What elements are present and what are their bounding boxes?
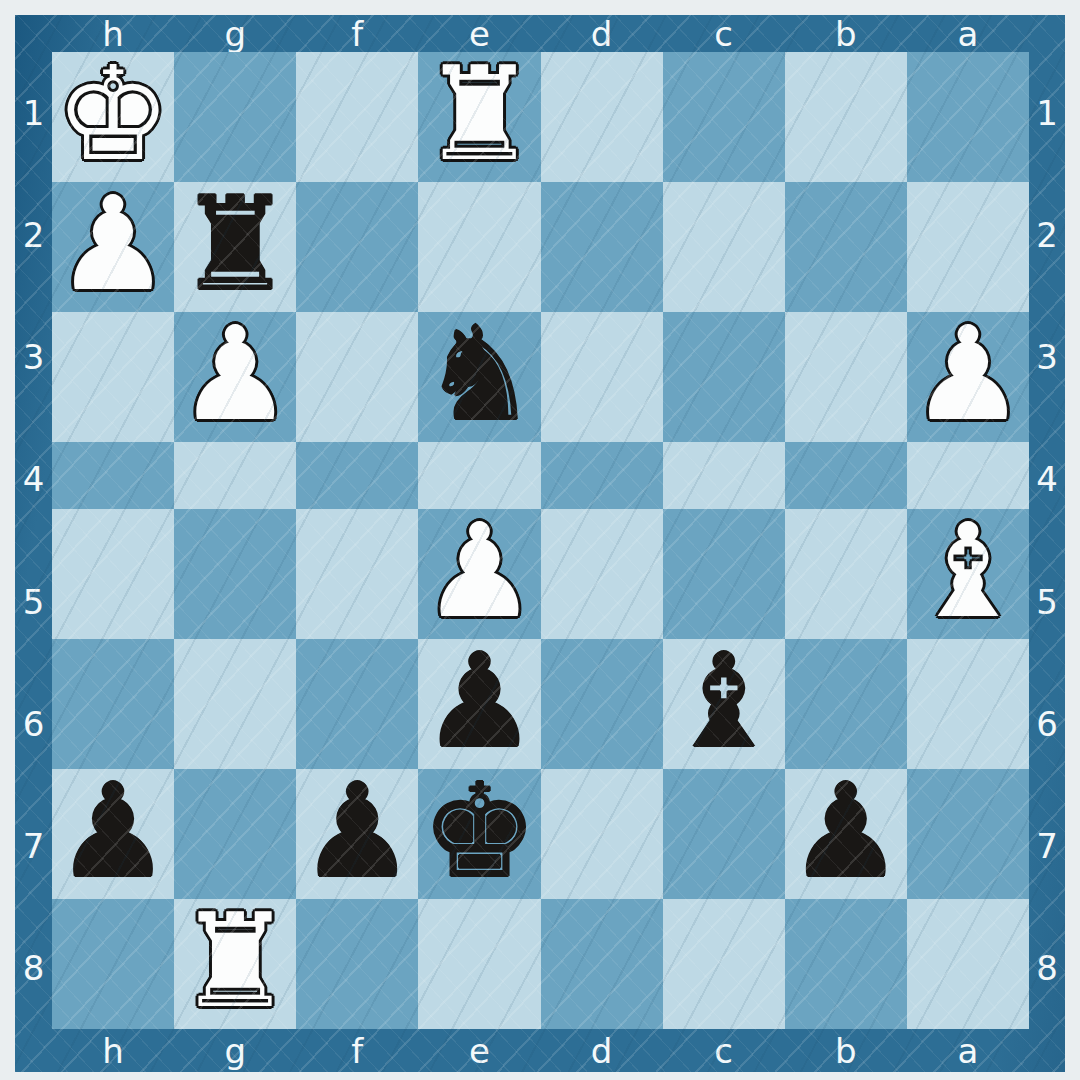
square-h7[interactable]: ♟	[52, 769, 174, 899]
square-e2[interactable]	[418, 182, 540, 312]
square-a1[interactable]	[907, 52, 1029, 182]
square-a7[interactable]	[907, 769, 1029, 899]
white-pawn[interactable]: ♟	[52, 179, 174, 309]
square-h6[interactable]	[52, 639, 174, 769]
square-d7[interactable]	[541, 769, 663, 899]
file-label-h: h	[52, 1029, 174, 1072]
file-label-f: f	[296, 15, 418, 52]
black-pawn[interactable]: ♟	[52, 766, 174, 896]
file-label-b: b	[785, 1029, 907, 1072]
rank-label-3: 3	[1029, 296, 1065, 418]
file-label-c: c	[663, 1029, 785, 1072]
square-a8[interactable]	[907, 899, 1029, 1029]
square-c4[interactable]	[663, 442, 785, 509]
square-h8[interactable]	[52, 899, 174, 1029]
square-b3[interactable]	[785, 312, 907, 442]
square-g6[interactable]	[174, 639, 296, 769]
rank-label-5: 5	[1029, 541, 1065, 663]
square-b2[interactable]	[785, 182, 907, 312]
white-king[interactable]: ♚	[52, 49, 174, 179]
rank-labels-right: 12345678	[1029, 52, 1065, 1029]
square-f2[interactable]	[296, 182, 418, 312]
square-b8[interactable]	[785, 899, 907, 1029]
square-a2[interactable]	[907, 182, 1029, 312]
square-c6[interactable]: ♝	[663, 639, 785, 769]
chess-board: hgfedcba 12345678 12345678 hgfedcba ♚♜♟♜…	[15, 15, 1065, 1072]
square-b4[interactable]	[785, 442, 907, 509]
square-b6[interactable]	[785, 639, 907, 769]
rank-label-1: 1	[1029, 52, 1065, 174]
square-e8[interactable]	[418, 899, 540, 1029]
file-label-a: a	[907, 15, 1029, 52]
square-a6[interactable]	[907, 639, 1029, 769]
square-b5[interactable]	[785, 509, 907, 639]
black-pawn[interactable]: ♟	[296, 766, 418, 896]
white-bishop[interactable]: ♝	[907, 506, 1029, 636]
black-pawn[interactable]: ♟	[785, 766, 907, 896]
square-d3[interactable]	[541, 312, 663, 442]
rank-label-7: 7	[15, 785, 52, 907]
square-d4[interactable]	[541, 442, 663, 509]
rank-label-2: 2	[1029, 174, 1065, 296]
square-c2[interactable]	[663, 182, 785, 312]
square-c1[interactable]	[663, 52, 785, 182]
black-bishop[interactable]: ♝	[663, 636, 785, 766]
square-f1[interactable]	[296, 52, 418, 182]
square-d5[interactable]	[541, 509, 663, 639]
square-f4[interactable]	[296, 442, 418, 509]
square-a5[interactable]: ♝	[907, 509, 1029, 639]
square-e3[interactable]: ♞	[418, 312, 540, 442]
square-f7[interactable]: ♟	[296, 769, 418, 899]
white-pawn[interactable]: ♟	[174, 309, 296, 439]
file-labels-top: hgfedcba	[52, 15, 1029, 52]
white-pawn[interactable]: ♟	[418, 506, 540, 636]
white-rook[interactable]: ♜	[174, 896, 296, 1026]
white-rook[interactable]: ♜	[418, 49, 540, 179]
file-label-c: c	[663, 15, 785, 52]
rank-label-2: 2	[15, 174, 52, 296]
square-f3[interactable]	[296, 312, 418, 442]
file-label-b: b	[785, 15, 907, 52]
square-g8[interactable]: ♜	[174, 899, 296, 1029]
file-label-e: e	[418, 1029, 540, 1072]
file-label-f: f	[296, 1029, 418, 1072]
file-label-d: d	[541, 1029, 663, 1072]
page: hgfedcba 12345678 12345678 hgfedcba ♚♜♟♜…	[0, 0, 1080, 1080]
file-label-a: a	[907, 1029, 1029, 1072]
black-king[interactable]: ♚	[418, 766, 540, 896]
rank-label-6: 6	[15, 663, 52, 785]
square-g3[interactable]: ♟	[174, 312, 296, 442]
rank-label-7: 7	[1029, 785, 1065, 907]
square-f5[interactable]	[296, 509, 418, 639]
rank-label-3: 3	[15, 296, 52, 418]
rank-label-4: 4	[1029, 418, 1065, 540]
square-d8[interactable]	[541, 899, 663, 1029]
white-pawn[interactable]: ♟	[907, 309, 1029, 439]
square-g7[interactable]	[174, 769, 296, 899]
square-g1[interactable]	[174, 52, 296, 182]
square-h1[interactable]: ♚	[52, 52, 174, 182]
black-rook[interactable]: ♜	[174, 179, 296, 309]
square-e1[interactable]: ♜	[418, 52, 540, 182]
square-g5[interactable]	[174, 509, 296, 639]
rank-label-5: 5	[15, 541, 52, 663]
rank-label-1: 1	[15, 52, 52, 174]
square-b7[interactable]: ♟	[785, 769, 907, 899]
file-label-d: d	[541, 15, 663, 52]
square-e7[interactable]: ♚	[418, 769, 540, 899]
square-c8[interactable]	[663, 899, 785, 1029]
square-g2[interactable]: ♜	[174, 182, 296, 312]
rank-label-8: 8	[15, 907, 52, 1029]
square-e6[interactable]: ♟	[418, 639, 540, 769]
square-d1[interactable]	[541, 52, 663, 182]
black-knight[interactable]: ♞	[418, 309, 540, 439]
square-c5[interactable]	[663, 509, 785, 639]
square-f8[interactable]	[296, 899, 418, 1029]
square-h3[interactable]	[52, 312, 174, 442]
square-e5[interactable]: ♟	[418, 509, 540, 639]
rank-labels-left: 12345678	[15, 52, 52, 1029]
square-a3[interactable]: ♟	[907, 312, 1029, 442]
rank-label-4: 4	[15, 418, 52, 540]
black-pawn[interactable]: ♟	[418, 636, 540, 766]
square-d2[interactable]	[541, 182, 663, 312]
square-d6[interactable]	[541, 639, 663, 769]
square-c3[interactable]	[663, 312, 785, 442]
square-h4[interactable]	[52, 442, 174, 509]
board-squares: ♚♜♟♜♟♞♟♟♝♟♝♟♟♚♟♜	[52, 52, 1029, 1029]
square-g4[interactable]	[174, 442, 296, 509]
rank-label-8: 8	[1029, 907, 1065, 1029]
square-f6[interactable]	[296, 639, 418, 769]
file-label-g: g	[174, 15, 296, 52]
square-b1[interactable]	[785, 52, 907, 182]
square-c7[interactable]	[663, 769, 785, 899]
rank-label-6: 6	[1029, 663, 1065, 785]
square-h2[interactable]: ♟	[52, 182, 174, 312]
square-h5[interactable]	[52, 509, 174, 639]
